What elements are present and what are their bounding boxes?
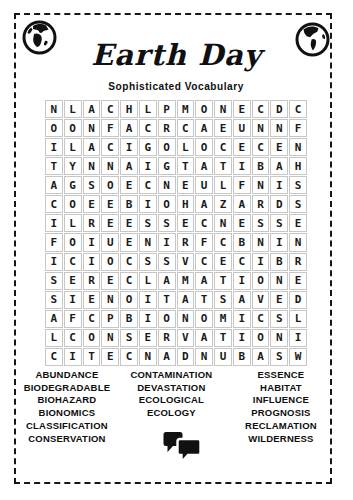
word-search-grid: NLACHLPMONECDCOONFACRCAEUNNFILACIGOLOCEC… <box>45 100 307 366</box>
grid-cell[interactable]: C <box>214 233 232 251</box>
grid-cell[interactable]: C <box>64 253 82 271</box>
grid-cell[interactable]: E <box>177 214 195 232</box>
grid-cell[interactable]: I <box>83 233 101 251</box>
grid-cell[interactable]: T <box>195 291 213 309</box>
grid-cell[interactable]: I <box>45 253 63 271</box>
grid-cell[interactable]: S <box>45 272 63 290</box>
grid-cell[interactable]: L <box>139 100 157 118</box>
grid-cell[interactable]: F <box>233 176 251 194</box>
grid-cell[interactable]: O <box>158 310 176 328</box>
grid-cell[interactable]: N <box>252 176 270 194</box>
grid-cell[interactable]: V <box>177 253 195 271</box>
grid-cell[interactable]: T <box>45 157 63 175</box>
grid-cell[interactable]: O <box>195 310 213 328</box>
grid-cell[interactable]: A <box>195 157 213 175</box>
grid-cell[interactable]: I <box>270 233 288 251</box>
word-column: ESSENCEHABITATINFLUENCEPROGNOSISRECLAMAT… <box>225 369 337 445</box>
grid-cell[interactable]: S <box>139 253 157 271</box>
grid-cell[interactable]: F <box>64 310 82 328</box>
grid-cell[interactable]: A <box>120 157 138 175</box>
grid-cell[interactable]: E <box>120 233 138 251</box>
grid-cell[interactable]: C <box>45 195 63 213</box>
grid-cell[interactable]: C <box>252 138 270 156</box>
grid-cell[interactable]: E <box>289 272 307 290</box>
grid-cell[interactable]: N <box>270 119 288 137</box>
grid-cell[interactable]: O <box>158 195 176 213</box>
grid-cell[interactable]: E <box>214 253 232 271</box>
word-item: INFLUENCE <box>225 394 337 407</box>
grid-cell[interactable]: O <box>195 138 213 156</box>
grid-cell[interactable]: S <box>158 214 176 232</box>
grid-cell[interactable]: L <box>64 138 82 156</box>
grid-cell[interactable]: U <box>214 348 232 366</box>
grid-cell[interactable]: L <box>177 138 195 156</box>
grid-cell[interactable]: N <box>101 157 119 175</box>
grid-cell[interactable]: G <box>139 138 157 156</box>
grid-cell[interactable]: A <box>233 195 251 213</box>
grid-cell[interactable]: T <box>177 157 195 175</box>
grid-cell[interactable]: E <box>270 291 288 309</box>
grid-cell[interactable]: N <box>270 329 288 347</box>
grid-cell[interactable]: O <box>195 100 213 118</box>
grid-cell[interactable]: C <box>139 176 157 194</box>
grid-cell[interactable]: T <box>214 329 232 347</box>
grid-cell[interactable]: E <box>270 138 288 156</box>
grid-cell[interactable]: E <box>214 119 232 137</box>
grid-cell[interactable]: Y <box>64 157 82 175</box>
grid-cell[interactable]: C <box>120 253 138 271</box>
grid-cell[interactable]: S <box>120 329 138 347</box>
grid-cell[interactable]: T <box>158 291 176 309</box>
grid-cell[interactable]: B <box>233 233 251 251</box>
grid-cell[interactable]: C <box>101 138 119 156</box>
grid-cell[interactable]: S <box>270 348 288 366</box>
grid-cell[interactable]: N <box>214 100 232 118</box>
word-item: BIONOMICS <box>16 407 118 420</box>
grid-cell[interactable]: A <box>158 272 176 290</box>
grid-cell[interactable]: S <box>252 214 270 232</box>
grid-cell[interactable]: L <box>214 176 232 194</box>
grid-cell[interactable]: N <box>101 291 119 309</box>
grid-cell[interactable]: L <box>45 329 63 347</box>
grid-cell[interactable]: I <box>233 157 251 175</box>
grid-cell[interactable]: L <box>64 100 82 118</box>
grid-cell[interactable]: A <box>158 348 176 366</box>
grid-cell[interactable]: C <box>101 100 119 118</box>
grid-cell[interactable]: I <box>64 348 82 366</box>
grid-cell[interactable]: A <box>83 138 101 156</box>
grid-cell[interactable]: N <box>214 214 232 232</box>
grid-cell[interactable]: O <box>64 119 82 137</box>
grid-cell[interactable]: B <box>270 253 288 271</box>
grid-cell[interactable]: O <box>64 233 82 251</box>
grid-cell[interactable]: E <box>101 195 119 213</box>
grid-cell[interactable]: N <box>270 272 288 290</box>
grid-cell[interactable]: C <box>195 253 213 271</box>
grid-cell[interactable]: A <box>195 272 213 290</box>
grid-cell[interactable]: A <box>270 157 288 175</box>
grid-cell[interactable]: D <box>270 195 288 213</box>
grid-cell[interactable]: U <box>195 176 213 194</box>
grid-cell[interactable]: N <box>289 138 307 156</box>
grid-cell[interactable]: I <box>139 157 157 175</box>
word-item: CONSERVATION <box>16 433 118 446</box>
grid-cell[interactable]: H <box>289 157 307 175</box>
grid-cell[interactable]: I <box>120 138 138 156</box>
grid-cell[interactable]: O <box>83 329 101 347</box>
grid-cell[interactable]: N <box>195 348 213 366</box>
word-item: BIOHAZARD <box>16 394 118 407</box>
word-item: WILDERNESS <box>225 433 337 446</box>
grid-cell[interactable]: O <box>64 195 82 213</box>
chat-icon <box>158 430 206 468</box>
grid-cell[interactable]: D <box>270 100 288 118</box>
grid-cell[interactable]: O <box>101 253 119 271</box>
grid-cell[interactable]: S <box>270 214 288 232</box>
grid-cell[interactable]: E <box>101 214 119 232</box>
page-title: Earth Day <box>0 38 353 72</box>
grid-cell[interactable]: R <box>83 214 101 232</box>
grid-cell[interactable]: I <box>233 329 251 347</box>
grid-cell[interactable]: A <box>195 195 213 213</box>
word-item: RECLAMATION <box>225 420 337 433</box>
grid-cell[interactable]: N <box>101 329 119 347</box>
grid-cell[interactable]: S <box>139 214 157 232</box>
grid-cell[interactable]: N <box>289 233 307 251</box>
grid-cell[interactable]: I <box>45 138 63 156</box>
grid-cell[interactable]: C <box>195 214 213 232</box>
grid-cell[interactable]: C <box>120 348 138 366</box>
grid-cell[interactable]: B <box>252 157 270 175</box>
word-column: ABUNDANCEBIODEGRADABLEBIOHAZARDBIONOMICS… <box>16 369 118 445</box>
grid-cell[interactable]: D <box>177 348 195 366</box>
grid-cell[interactable]: M <box>214 310 232 328</box>
grid-cell[interactable]: S <box>270 310 288 328</box>
grid-cell[interactable]: I <box>270 176 288 194</box>
grid-cell[interactable]: D <box>289 291 307 309</box>
grid-cell[interactable]: R <box>83 272 101 290</box>
grid-cell[interactable]: L <box>289 310 307 328</box>
grid-cell[interactable]: F <box>45 233 63 251</box>
grid-cell[interactable]: I <box>64 291 82 309</box>
grid-cell[interactable]: B <box>120 310 138 328</box>
grid-cell[interactable]: A <box>120 119 138 137</box>
grid-cell[interactable]: F <box>289 119 307 137</box>
grid-cell[interactable]: I <box>139 310 157 328</box>
grid-cell[interactable]: A <box>233 291 251 309</box>
grid-cell[interactable]: G <box>158 157 176 175</box>
grid-cell[interactable]: R <box>158 329 176 347</box>
grid-cell[interactable]: P <box>158 100 176 118</box>
grid-cell[interactable]: N <box>158 176 176 194</box>
grid-cell[interactable]: M <box>177 100 195 118</box>
grid-cell[interactable]: C <box>177 119 195 137</box>
grid-cell[interactable]: I <box>83 253 101 271</box>
grid-cell[interactable]: E <box>64 272 82 290</box>
grid-cell[interactable]: I <box>139 195 157 213</box>
grid-cell[interactable]: I <box>45 214 63 232</box>
word-item: BIODEGRADABLE <box>16 382 118 395</box>
grid-cell[interactable]: A <box>195 119 213 137</box>
grid-cell[interactable]: O <box>252 329 270 347</box>
grid-cell[interactable]: C <box>252 100 270 118</box>
grid-cell[interactable]: N <box>139 233 157 251</box>
grid-cell[interactable]: V <box>252 291 270 309</box>
word-item: ECOLOGY <box>118 407 225 420</box>
grid-cell[interactable]: C <box>83 310 101 328</box>
grid-cell[interactable]: V <box>177 329 195 347</box>
grid-cell[interactable]: R <box>289 253 307 271</box>
grid-cell[interactable]: A <box>45 310 63 328</box>
grid-cell[interactable]: E <box>120 214 138 232</box>
word-item: PROGNOSIS <box>225 407 337 420</box>
grid-cell[interactable]: A <box>252 348 270 366</box>
grid-cell[interactable]: E <box>177 176 195 194</box>
grid-cell[interactable]: E <box>139 329 157 347</box>
grid-cell[interactable]: T <box>83 348 101 366</box>
grid-cell[interactable]: L <box>139 272 157 290</box>
word-item: HABITAT <box>225 382 337 395</box>
grid-cell[interactable]: N <box>252 119 270 137</box>
grid-cell[interactable]: I <box>158 233 176 251</box>
word-item: CONTAMINATION <box>118 369 225 382</box>
grid-cell[interactable]: A <box>83 100 101 118</box>
grid-cell[interactable]: E <box>233 214 251 232</box>
grid-cell[interactable]: E <box>101 272 119 290</box>
grid-cell[interactable]: L <box>64 214 82 232</box>
grid-cell[interactable]: F <box>195 233 213 251</box>
grid-cell[interactable]: C <box>120 272 138 290</box>
grid-cell[interactable]: N <box>83 157 101 175</box>
grid-cell[interactable]: I <box>139 291 157 309</box>
grid-cell[interactable]: F <box>101 119 119 137</box>
grid-cell[interactable]: A <box>45 176 63 194</box>
grid-cell[interactable]: C <box>289 100 307 118</box>
grid-cell[interactable]: R <box>177 233 195 251</box>
grid-cell[interactable]: E <box>101 348 119 366</box>
word-item: ECOLOGICAL <box>118 394 225 407</box>
grid-cell[interactable]: T <box>214 157 232 175</box>
grid-cell[interactable]: O <box>120 291 138 309</box>
grid-cell[interactable]: H <box>120 100 138 118</box>
grid-cell[interactable]: N <box>177 310 195 328</box>
grid-cell[interactable]: E <box>233 138 251 156</box>
grid-cell[interactable]: E <box>120 176 138 194</box>
grid-cell[interactable]: A <box>177 291 195 309</box>
word-item: ESSENCE <box>225 369 337 382</box>
grid-cell[interactable]: M <box>177 272 195 290</box>
grid-cell[interactable]: S <box>83 176 101 194</box>
grid-cell[interactable]: N <box>45 100 63 118</box>
grid-cell[interactable]: S <box>158 253 176 271</box>
grid-cell[interactable]: C <box>252 310 270 328</box>
word-item: DEVASTATION <box>118 382 225 395</box>
grid-cell[interactable]: C <box>64 329 82 347</box>
grid-cell[interactable]: B <box>120 195 138 213</box>
grid-cell[interactable]: G <box>64 176 82 194</box>
grid-cell[interactable]: U <box>101 233 119 251</box>
grid-cell[interactable]: C <box>45 348 63 366</box>
word-item: CLASSIFICATION <box>16 420 118 433</box>
grid-cell[interactable]: I <box>233 310 251 328</box>
grid-cell[interactable]: I <box>252 253 270 271</box>
grid-cell[interactable]: N <box>83 119 101 137</box>
grid-cell[interactable]: E <box>83 195 101 213</box>
grid-cell[interactable]: E <box>289 214 307 232</box>
grid-cell[interactable]: B <box>233 348 251 366</box>
grid-cell[interactable]: R <box>252 195 270 213</box>
grid-cell[interactable]: C <box>233 253 251 271</box>
grid-cell[interactable]: S <box>45 291 63 309</box>
grid-cell[interactable]: O <box>252 272 270 290</box>
grid-cell[interactable]: A <box>195 329 213 347</box>
grid-cell[interactable]: I <box>233 272 251 290</box>
grid-cell[interactable]: S <box>214 291 232 309</box>
grid-cell[interactable]: O <box>101 176 119 194</box>
grid-cell[interactable]: P <box>101 310 119 328</box>
grid-cell[interactable]: S <box>289 195 307 213</box>
word-item: ABUNDANCE <box>16 369 118 382</box>
grid-cell[interactable]: H <box>177 195 195 213</box>
grid-cell[interactable]: R <box>158 119 176 137</box>
grid-cell[interactable]: N <box>252 233 270 251</box>
grid-cell[interactable]: O <box>45 119 63 137</box>
page-subtitle: Sophisticated Vocabulary <box>0 80 353 92</box>
grid-cell[interactable]: I <box>289 329 307 347</box>
grid-cell[interactable]: C <box>139 119 157 137</box>
grid-cell[interactable]: U <box>233 119 251 137</box>
grid-cell[interactable]: O <box>158 138 176 156</box>
grid-cell[interactable]: W <box>289 348 307 366</box>
grid-cell[interactable]: C <box>214 138 232 156</box>
grid-cell[interactable]: N <box>139 348 157 366</box>
grid-cell[interactable]: Z <box>214 195 232 213</box>
grid-cell[interactable]: E <box>233 100 251 118</box>
grid-cell[interactable]: E <box>83 291 101 309</box>
grid-cell[interactable]: S <box>289 176 307 194</box>
grid-cell[interactable]: T <box>214 272 232 290</box>
